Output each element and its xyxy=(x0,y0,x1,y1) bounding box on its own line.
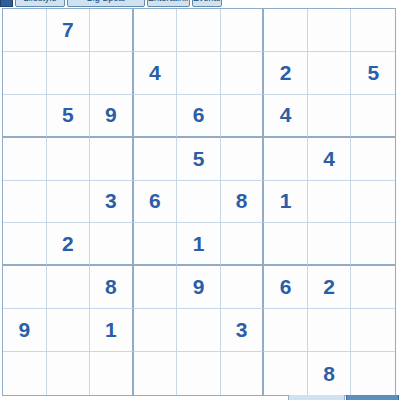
sudoku-cell-r6c5[interactable]: 1 xyxy=(177,223,221,266)
sudoku-cell-r9c4[interactable] xyxy=(134,352,178,395)
given-digit: 6 xyxy=(280,275,292,299)
sudoku-cell-r3c4[interactable] xyxy=(134,95,178,138)
sudoku-cell-r2c4[interactable]: 4 xyxy=(134,52,178,95)
sudoku-cell-r2c5[interactable] xyxy=(177,52,221,95)
sudoku-cell-r5c8[interactable] xyxy=(308,181,352,224)
sudoku-cell-r8c9[interactable] xyxy=(351,309,395,352)
sudoku-cell-r7c1[interactable] xyxy=(3,266,47,309)
given-digit: 8 xyxy=(105,275,117,299)
sudoku-cell-r6c8[interactable] xyxy=(308,223,352,266)
sudoku-cell-r5c2[interactable] xyxy=(47,181,91,224)
sudoku-cell-r2c1[interactable] xyxy=(3,52,47,95)
sudoku-cell-r8c3[interactable]: 1 xyxy=(90,309,134,352)
sudoku-cell-r6c1[interactable] xyxy=(3,223,47,266)
sudoku-grid: 742559645436812189629138 xyxy=(2,8,396,396)
given-digit: 6 xyxy=(149,189,161,213)
sudoku-cell-r6c2[interactable]: 2 xyxy=(47,223,91,266)
sudoku-cell-r7c7[interactable]: 6 xyxy=(264,266,308,309)
sudoku-cell-r8c4[interactable] xyxy=(134,309,178,352)
given-digit: 5 xyxy=(367,61,379,85)
bottom-button-right[interactable] xyxy=(346,395,399,400)
given-digit: 1 xyxy=(105,318,117,342)
sudoku-cell-r2c3[interactable] xyxy=(90,52,134,95)
sudoku-cell-r7c9[interactable] xyxy=(351,266,395,309)
sudoku-cell-r1c2[interactable]: 7 xyxy=(47,9,91,52)
sudoku-cell-r5c9[interactable] xyxy=(351,181,395,224)
sudoku-cell-r6c7[interactable] xyxy=(264,223,308,266)
given-digit: 3 xyxy=(236,318,248,342)
sudoku-cell-r7c8[interactable]: 2 xyxy=(308,266,352,309)
sudoku-cell-r4c5[interactable]: 5 xyxy=(177,138,221,181)
sudoku-cell-r4c9[interactable] xyxy=(351,138,395,181)
sudoku-cell-r7c6[interactable] xyxy=(221,266,265,309)
sudoku-cell-r4c4[interactable] xyxy=(134,138,178,181)
given-digit: 2 xyxy=(280,61,292,85)
sudoku-cell-r9c3[interactable] xyxy=(90,352,134,395)
sudoku-cell-r1c3[interactable] xyxy=(90,9,134,52)
sudoku-cell-r5c1[interactable] xyxy=(3,181,47,224)
given-digit: 8 xyxy=(323,362,335,386)
given-digit: 9 xyxy=(193,275,205,299)
sudoku-cell-r2c2[interactable] xyxy=(47,52,91,95)
sudoku-cell-r5c5[interactable] xyxy=(177,181,221,224)
toolbar-button-2[interactable]: Big Spots xyxy=(67,0,145,7)
given-digit: 9 xyxy=(18,318,30,342)
given-digit: 4 xyxy=(149,61,161,85)
given-digit: 3 xyxy=(105,189,117,213)
sudoku-cell-r9c5[interactable] xyxy=(177,352,221,395)
bottom-bar-partial xyxy=(0,395,400,400)
sudoku-cell-r8c5[interactable] xyxy=(177,309,221,352)
sudoku-cell-r3c1[interactable] xyxy=(3,95,47,138)
given-digit: 5 xyxy=(193,147,205,171)
given-digit: 5 xyxy=(62,103,74,127)
sudoku-cell-r6c9[interactable] xyxy=(351,223,395,266)
sudoku-cell-r9c8[interactable]: 8 xyxy=(308,352,352,395)
sudoku-cell-r3c8[interactable] xyxy=(308,95,352,138)
sudoku-cell-r4c1[interactable] xyxy=(3,138,47,181)
given-digit: 4 xyxy=(323,147,335,171)
given-digit: 2 xyxy=(323,275,335,299)
bottom-button-left[interactable] xyxy=(288,395,345,400)
sudoku-cell-r6c3[interactable] xyxy=(90,223,134,266)
sudoku-cell-r4c8[interactable]: 4 xyxy=(308,138,352,181)
sudoku-cell-r2c8[interactable] xyxy=(308,52,352,95)
sudoku-cell-r5c3[interactable]: 3 xyxy=(90,181,134,224)
given-digit: 6 xyxy=(193,103,205,127)
sudoku-cell-r3c7[interactable]: 4 xyxy=(264,95,308,138)
sudoku-cell-r1c7[interactable] xyxy=(264,9,308,52)
page: { "game": "sudoku", "position": ".7.....… xyxy=(0,0,400,400)
sudoku-cell-r8c7[interactable] xyxy=(264,309,308,352)
sudoku-cell-r3c6[interactable] xyxy=(221,95,265,138)
given-digit: 7 xyxy=(62,18,74,42)
sudoku-cell-r7c3[interactable]: 8 xyxy=(90,266,134,309)
sudoku-cell-r1c6[interactable] xyxy=(221,9,265,52)
sudoku-cell-r3c2[interactable]: 5 xyxy=(47,95,91,138)
given-digit: 9 xyxy=(105,103,117,127)
sudoku-cell-r7c4[interactable] xyxy=(134,266,178,309)
sudoku-cell-r4c3[interactable] xyxy=(90,138,134,181)
sudoku-cell-r8c1[interactable]: 9 xyxy=(3,309,47,352)
sudoku-cell-r9c6[interactable] xyxy=(221,352,265,395)
sudoku-cell-r2c6[interactable] xyxy=(221,52,265,95)
sudoku-cell-r5c6[interactable]: 8 xyxy=(221,181,265,224)
toolbar-button-3[interactable]: Entertaining xyxy=(147,0,190,7)
sudoku-cell-r1c9[interactable] xyxy=(351,9,395,52)
sudoku-cell-r9c9[interactable] xyxy=(351,352,395,395)
sudoku-cell-r5c4[interactable]: 6 xyxy=(134,181,178,224)
sudoku-cell-r4c6[interactable] xyxy=(221,138,265,181)
sudoku-cell-r3c5[interactable]: 6 xyxy=(177,95,221,138)
sudoku-cell-r8c8[interactable] xyxy=(308,309,352,352)
sudoku-cell-r3c3[interactable]: 9 xyxy=(90,95,134,138)
sudoku-cell-r7c5[interactable]: 9 xyxy=(177,266,221,309)
sudoku-cell-r7c2[interactable] xyxy=(47,266,91,309)
toolbar-button-1[interactable]: Lifestyle xyxy=(15,0,65,7)
sudoku-cell-r1c8[interactable] xyxy=(308,9,352,52)
given-digit: 2 xyxy=(62,232,74,256)
sudoku-cell-r4c7[interactable] xyxy=(264,138,308,181)
sudoku-cell-r8c6[interactable]: 3 xyxy=(221,309,265,352)
sudoku-cell-r8c2[interactable] xyxy=(47,309,91,352)
sudoku-cell-r6c6[interactable] xyxy=(221,223,265,266)
given-digit: 4 xyxy=(280,103,292,127)
app-icon[interactable] xyxy=(0,0,13,7)
sudoku-cell-r2c9[interactable]: 5 xyxy=(351,52,395,95)
sudoku-cell-r1c4[interactable] xyxy=(134,9,178,52)
sudoku-cell-r2c7[interactable]: 2 xyxy=(264,52,308,95)
sudoku-cell-r9c2[interactable] xyxy=(47,352,91,395)
given-digit: 8 xyxy=(236,189,248,213)
toolbar-button-4[interactable]: Events xyxy=(192,0,222,7)
sudoku-cell-r3c9[interactable] xyxy=(351,95,395,138)
sudoku-cell-r9c7[interactable] xyxy=(264,352,308,395)
sudoku-cell-r5c7[interactable]: 1 xyxy=(264,181,308,224)
sudoku-cell-r4c2[interactable] xyxy=(47,138,91,181)
sudoku-cell-r1c5[interactable] xyxy=(177,9,221,52)
given-digit: 1 xyxy=(193,232,205,256)
sudoku-cell-r1c1[interactable] xyxy=(3,9,47,52)
sudoku-cell-r9c1[interactable] xyxy=(3,352,47,395)
given-digit: 1 xyxy=(280,189,292,213)
sudoku-cell-r6c4[interactable] xyxy=(134,223,178,266)
top-toolbar: LifestyleBig SpotsEntertainingEvents xyxy=(0,0,400,7)
